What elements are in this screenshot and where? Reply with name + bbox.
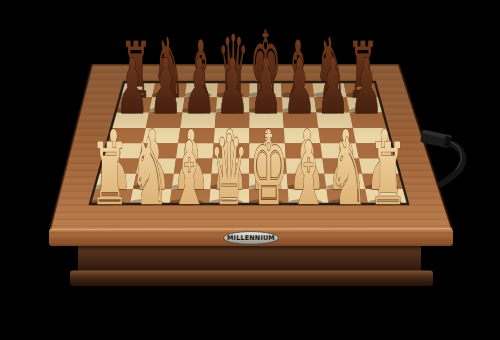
chess-pieces: ♜♞♝♛♚♝♞♜♟♟♟♟♟♟♟♟♟♟♟♟♟♟♟♟♜♞♝♛♚♝♞♜ xyxy=(90,11,407,227)
lid-front-highlight xyxy=(50,229,452,230)
product-photo-stage: MILLENNIUM ♜♞♝♛♚♝♞♜♟♟♟♟♟♟♟♟♟♟♟♟♟♟♟♟♜♞♝♛♚… xyxy=(0,0,500,340)
piece-white-bishop-c1[interactable]: ♝ xyxy=(170,123,209,225)
chess-computer-photo: MILLENNIUM ♜♞♝♛♚♝♞♜♟♟♟♟♟♟♟♟♟♟♟♟♟♟♟♟♜♞♝♛♚… xyxy=(0,0,500,340)
piece-white-knight-b1[interactable]: ♞ xyxy=(130,119,169,227)
brand-label: MILLENNIUM xyxy=(227,234,275,242)
piece-white-bishop-f1[interactable]: ♝ xyxy=(289,123,328,225)
piece-white-rook-a1[interactable]: ♜ xyxy=(91,125,130,225)
brand-badge: MILLENNIUM xyxy=(224,232,279,245)
piece-white-king-e1[interactable]: ♚ xyxy=(250,109,289,228)
piece-white-queen-d1[interactable]: ♛ xyxy=(210,115,249,227)
piece-white-rook-h1[interactable]: ♜ xyxy=(369,125,408,225)
box-base xyxy=(70,271,433,287)
piece-white-knight-g1[interactable]: ♞ xyxy=(329,119,368,227)
box-body xyxy=(78,244,421,274)
